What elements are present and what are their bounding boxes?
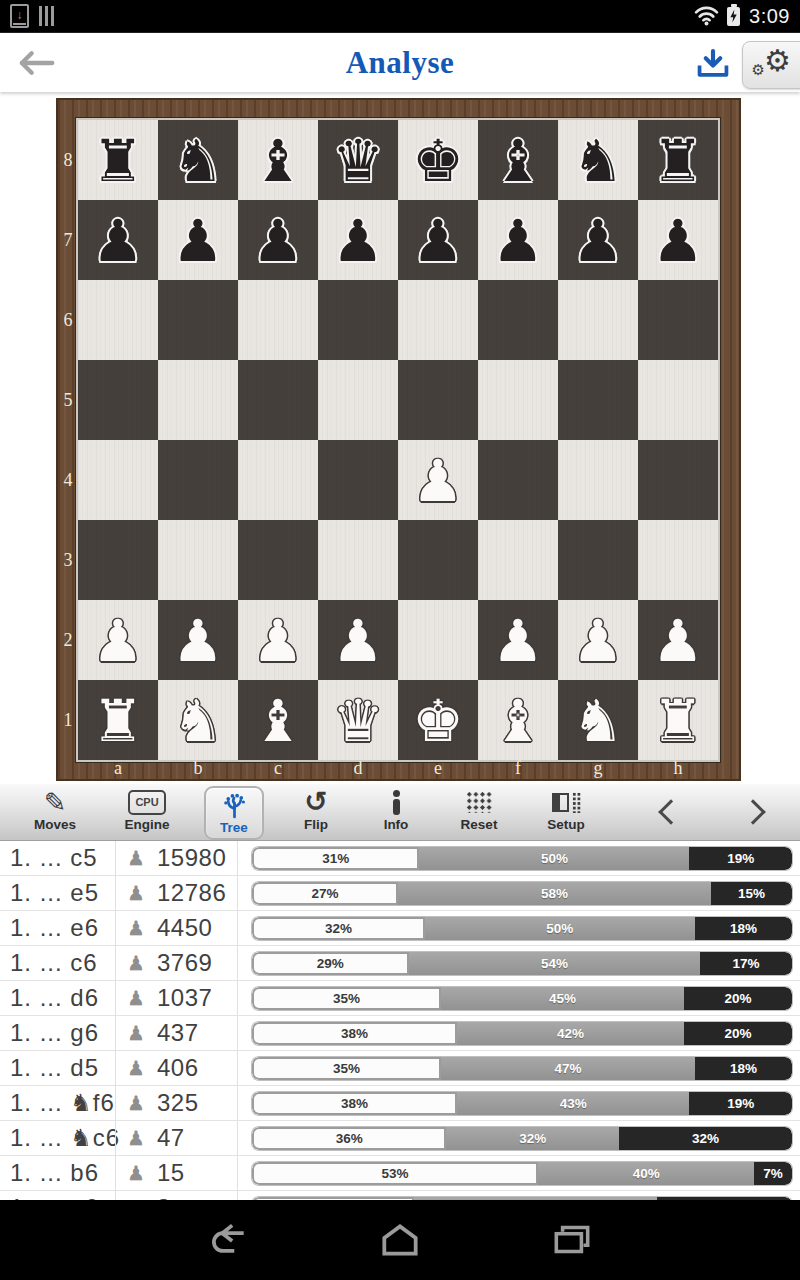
- white-win-segment: 31%: [252, 847, 419, 870]
- move-row-3[interactable]: 1. ... e6♟445032%50%18%: [0, 911, 800, 946]
- square-b2[interactable]: ♟: [158, 600, 238, 680]
- piece-black-b-f8: ♝: [478, 120, 558, 200]
- square-d2[interactable]: ♟: [318, 600, 398, 680]
- white-win-segment: 36%: [252, 1127, 446, 1150]
- games-count: 47: [157, 1121, 185, 1155]
- move-label: 1. ... g6: [10, 1016, 99, 1050]
- back-arrow-icon[interactable]: [16, 50, 56, 76]
- games-count: 437: [157, 1016, 199, 1050]
- square-f3[interactable]: [478, 520, 558, 600]
- draw-segment: 32%: [446, 1127, 619, 1150]
- piece-black-k-e8: ♚: [398, 120, 478, 200]
- android-nav-bar: [0, 1200, 800, 1280]
- file-label-b: b: [158, 759, 238, 779]
- piece-black-p-f7: ♟: [478, 200, 558, 280]
- move-label: 1. ... c5: [10, 841, 98, 875]
- square-e5[interactable]: [398, 360, 478, 440]
- square-b6[interactable]: [158, 280, 238, 360]
- square-h6[interactable]: [638, 280, 718, 360]
- move-row-6[interactable]: 1. ... g6♟43738%42%20%: [0, 1016, 800, 1051]
- column-separator: [115, 1121, 116, 1155]
- square-e2[interactable]: [398, 600, 478, 680]
- move-label: 1. ... ♞c6: [10, 1121, 120, 1155]
- white-win-segment: 38%: [252, 1022, 457, 1045]
- battery-charging-icon: [727, 7, 740, 26]
- wifi-icon: [694, 6, 719, 26]
- draw-segment: 47%: [441, 1057, 695, 1080]
- file-label-a: a: [78, 759, 158, 779]
- black-win-segment: 20%: [684, 1022, 792, 1045]
- square-g4[interactable]: [558, 440, 638, 520]
- column-separator: [237, 876, 238, 910]
- white-win-segment: 38%: [252, 1092, 457, 1115]
- move-row-9[interactable]: 1. ... ♞c6♟4736%32%32%: [0, 1121, 800, 1156]
- info-icon: [393, 790, 400, 815]
- square-d8[interactable]: ♛: [318, 120, 398, 200]
- piece-white-n-b1: ♞: [158, 680, 238, 760]
- draw-segment: 45%: [441, 987, 684, 1010]
- status-bar: ↓ 3:09: [0, 0, 800, 33]
- chess-board-frame: ♜♞♝♛♚♝♞♜♟♟♟♟♟♟♟♟♟♟♟♟♟♟♟♟♜♞♝♛♚♝♞♜ 8765432…: [56, 98, 741, 781]
- app-header: Analyse ⚙ ⚙: [0, 33, 800, 92]
- column-separator: [115, 981, 116, 1015]
- column-separator: [237, 1016, 238, 1050]
- cpu-chip-icon: CPU: [128, 790, 166, 815]
- file-label-f: f: [478, 759, 558, 779]
- white-win-segment: 32%: [252, 917, 425, 940]
- piece-white-r-a1: ♜: [78, 680, 158, 760]
- draw-segment: 42%: [457, 1022, 684, 1045]
- square-g2[interactable]: ♟: [558, 600, 638, 680]
- column-separator: [115, 1086, 116, 1120]
- status-time: 3:09: [749, 5, 790, 28]
- result-stat-bar: 38%43%19%: [252, 1092, 792, 1115]
- result-stat-bar: 32%50%18%: [252, 917, 792, 940]
- white-win-segment: 29%: [252, 952, 409, 975]
- piece-black-p-e7: ♟: [398, 200, 478, 280]
- black-win-segment: 18%: [695, 1057, 792, 1080]
- games-count: 1037: [157, 981, 212, 1015]
- square-b8[interactable]: ♞: [158, 120, 238, 200]
- square-h3[interactable]: [638, 520, 718, 600]
- draw-segment: 54%: [409, 952, 701, 975]
- square-b7[interactable]: ♟: [158, 200, 238, 280]
- file-label-e: e: [398, 759, 478, 779]
- back-icon[interactable]: [196, 1218, 260, 1262]
- square-h8[interactable]: ♜: [638, 120, 718, 200]
- square-b5[interactable]: [158, 360, 238, 440]
- square-c2[interactable]: ♟: [238, 600, 318, 680]
- square-f5[interactable]: [478, 360, 558, 440]
- column-separator: [237, 841, 238, 875]
- piece-black-n-b8: ♞: [158, 120, 238, 200]
- home-icon[interactable]: [368, 1218, 432, 1262]
- black-win-segment: 32%: [619, 1127, 792, 1150]
- square-f7[interactable]: ♟: [478, 200, 558, 280]
- square-c7[interactable]: ♟: [238, 200, 318, 280]
- piece-black-r-h8: ♜: [638, 120, 718, 200]
- square-c4[interactable]: [238, 440, 318, 520]
- piece-black-p-a7: ♟: [78, 200, 158, 280]
- square-f2[interactable]: ♟: [478, 600, 558, 680]
- piece-white-p-e4: ♟: [398, 440, 478, 520]
- square-d5[interactable]: [318, 360, 398, 440]
- piece-white-p-f2: ♟: [478, 600, 558, 680]
- piece-black-b-c8: ♝: [238, 120, 318, 200]
- column-separator: [237, 1121, 238, 1155]
- draw-segment: 40%: [538, 1162, 754, 1185]
- square-b3[interactable]: [158, 520, 238, 600]
- pencil-icon: ✎: [44, 789, 67, 816]
- piece-white-q-d1: ♛: [318, 680, 398, 760]
- square-b4[interactable]: [158, 440, 238, 520]
- move-label: 1. ... d5: [10, 1051, 99, 1085]
- square-f6[interactable]: [478, 280, 558, 360]
- piece-white-p-h2: ♟: [638, 600, 718, 680]
- square-g7[interactable]: ♟: [558, 200, 638, 280]
- file-label-g: g: [558, 759, 638, 779]
- square-a2[interactable]: ♟: [78, 600, 158, 680]
- square-d4[interactable]: [318, 440, 398, 520]
- square-h2[interactable]: ♟: [638, 600, 718, 680]
- rotate-icon: ↺: [304, 788, 327, 816]
- square-a1[interactable]: ♜: [78, 680, 158, 760]
- toolbar-setup-label: Setup: [529, 817, 603, 832]
- games-count: 406: [157, 1051, 199, 1085]
- square-g6[interactable]: [558, 280, 638, 360]
- rank-label-3: 3: [58, 520, 78, 600]
- move-row-5[interactable]: 1. ... d6♟103735%45%20%: [0, 981, 800, 1016]
- black-win-segment: 17%: [700, 952, 792, 975]
- toolbar-flip-label: Flip: [279, 817, 353, 832]
- square-e4[interactable]: ♟: [398, 440, 478, 520]
- move-label: 1. ... e6: [10, 911, 99, 945]
- games-pawn-icon: ♟: [127, 1086, 145, 1121]
- toolbar-engine-button[interactable]: CPU Engine: [110, 786, 184, 832]
- column-separator: [115, 876, 116, 910]
- black-win-segment: 19%: [689, 1092, 792, 1115]
- games-pawn-icon: ♟: [127, 1016, 145, 1051]
- toolbar-reset-button[interactable]: Reset: [442, 786, 516, 832]
- square-a4[interactable]: [78, 440, 158, 520]
- square-f1[interactable]: ♝: [478, 680, 558, 760]
- move-row-1[interactable]: 1. ... c5♟1598031%50%19%: [0, 841, 800, 876]
- piece-white-p-a2: ♟: [78, 600, 158, 680]
- draw-segment: 43%: [457, 1092, 689, 1115]
- draw-segment: 58%: [398, 882, 711, 905]
- recents-icon[interactable]: [540, 1218, 604, 1262]
- games-pawn-icon: ♟: [127, 1156, 145, 1191]
- draw-segment: 50%: [425, 917, 695, 940]
- square-e7[interactable]: ♟: [398, 200, 478, 280]
- move-label: 1. ... ♞f6: [10, 1086, 115, 1120]
- screen: ↓ 3:09 Analyse: [0, 0, 800, 1280]
- result-stat-bar: 35%47%18%: [252, 1057, 792, 1080]
- piece-white-r-h1: ♜: [638, 680, 718, 760]
- pages-stack-icon: [39, 6, 55, 26]
- games-pawn-icon: ♟: [127, 946, 145, 981]
- games-pawn-icon: ♟: [127, 911, 145, 946]
- piece-white-p-b2: ♟: [158, 600, 238, 680]
- square-e3[interactable]: [398, 520, 478, 600]
- result-stat-bar: 35%45%20%: [252, 987, 792, 1010]
- white-win-segment: 35%: [252, 1057, 441, 1080]
- download-notification-icon: ↓: [10, 4, 29, 28]
- board-setup-icon: [552, 792, 581, 813]
- games-pawn-icon: ♟: [127, 1051, 145, 1086]
- square-a3[interactable]: [78, 520, 158, 600]
- black-win-segment: 18%: [695, 917, 792, 940]
- toolbar-engine-label: Engine: [110, 817, 184, 832]
- square-e1[interactable]: ♚: [398, 680, 478, 760]
- black-win-segment: 20%: [684, 987, 792, 1010]
- move-label: 1. ... e5: [10, 876, 99, 910]
- column-separator: [115, 1016, 116, 1050]
- result-stat-bar: 53%40%7%: [252, 1162, 792, 1185]
- square-g1[interactable]: ♞: [558, 680, 638, 760]
- games-count: 15980: [157, 841, 226, 875]
- square-a7[interactable]: ♟: [78, 200, 158, 280]
- column-separator: [237, 911, 238, 945]
- draw-segment: 50%: [419, 847, 689, 870]
- piece-white-p-c2: ♟: [238, 600, 318, 680]
- chevron-left-icon[interactable]: [658, 799, 683, 824]
- piece-black-n-g8: ♞: [558, 120, 638, 200]
- column-separator: [237, 1051, 238, 1085]
- analysis-toolbar: ✎ Moves CPU Engine: [0, 783, 800, 841]
- rank-label-4: 4: [58, 440, 78, 520]
- toolbar-info-button[interactable]: Info: [359, 786, 433, 832]
- toolbar-info-label: Info: [359, 817, 433, 832]
- square-g3[interactable]: [558, 520, 638, 600]
- rank-label-1: 1: [58, 680, 78, 760]
- dots-grid-icon: [466, 791, 493, 813]
- result-stat-bar: 27%58%15%: [252, 882, 792, 905]
- move-row-4[interactable]: 1. ... c6♟376929%54%17%: [0, 946, 800, 981]
- square-e6[interactable]: [398, 280, 478, 360]
- square-c1[interactable]: ♝: [238, 680, 318, 760]
- toolbar-tree-label: Tree: [208, 820, 260, 835]
- column-separator: [115, 1051, 116, 1085]
- games-pawn-icon: ♟: [127, 981, 145, 1016]
- square-d1[interactable]: ♛: [318, 680, 398, 760]
- square-c3[interactable]: [238, 520, 318, 600]
- move-row-10[interactable]: 1. ... b6♟1553%40%7%: [0, 1156, 800, 1191]
- column-separator: [237, 1156, 238, 1190]
- move-row-2[interactable]: 1. ... e5♟1278627%58%15%: [0, 876, 800, 911]
- move-label: 1. ... b6: [10, 1156, 99, 1190]
- games-count: 15: [157, 1156, 185, 1190]
- piece-white-k-e1: ♚: [398, 680, 478, 760]
- white-win-segment: 53%: [252, 1162, 538, 1185]
- result-stat-bar: 31%50%19%: [252, 847, 792, 870]
- toolbar-reset-label: Reset: [442, 817, 516, 832]
- rank-label-7: 7: [58, 200, 78, 280]
- move-row-7[interactable]: 1. ... d5♟40635%47%18%: [0, 1051, 800, 1086]
- rank-label-8: 8: [58, 120, 78, 200]
- square-c8[interactable]: ♝: [238, 120, 318, 200]
- move-row-8[interactable]: 1. ... ♞f6♟32538%43%19%: [0, 1086, 800, 1121]
- square-h5[interactable]: [638, 360, 718, 440]
- games-count: 3769: [157, 946, 212, 980]
- games-pawn-icon: ♟: [127, 841, 145, 876]
- white-win-segment: 27%: [252, 882, 398, 905]
- games-count: 325: [157, 1086, 199, 1120]
- square-c6[interactable]: [238, 280, 318, 360]
- piece-black-p-c7: ♟: [238, 200, 318, 280]
- move-label: 1. ... d6: [10, 981, 99, 1015]
- file-label-h: h: [638, 759, 718, 779]
- games-count: 12786: [157, 876, 226, 910]
- square-d3[interactable]: [318, 520, 398, 600]
- piece-white-p-d2: ♟: [318, 600, 398, 680]
- piece-black-p-h7: ♟: [638, 200, 718, 280]
- settings-button[interactable]: ⚙ ⚙: [742, 41, 800, 89]
- rank-label-5: 5: [58, 360, 78, 440]
- column-separator: [115, 911, 116, 945]
- piece-black-q-d8: ♛: [318, 120, 398, 200]
- file-label-c: c: [238, 759, 318, 779]
- column-separator: [115, 841, 116, 875]
- square-a5[interactable]: [78, 360, 158, 440]
- result-stat-bar: 36%32%32%: [252, 1127, 792, 1150]
- column-separator: [115, 1156, 116, 1190]
- black-win-segment: 7%: [754, 1162, 792, 1185]
- rank-label-2: 2: [58, 600, 78, 680]
- piece-black-r-a8: ♜: [78, 120, 158, 200]
- toolbar-moves-label: Moves: [18, 817, 92, 832]
- games-pawn-icon: ♟: [127, 876, 145, 911]
- square-e8[interactable]: ♚: [398, 120, 478, 200]
- column-separator: [115, 946, 116, 980]
- toolbar-moves-button[interactable]: ✎ Moves: [18, 786, 92, 832]
- square-f4[interactable]: [478, 440, 558, 520]
- piece-white-b-c1: ♝: [238, 680, 318, 760]
- chess-board: ♜♞♝♛♚♝♞♜♟♟♟♟♟♟♟♟♟♟♟♟♟♟♟♟♜♞♝♛♚♝♞♜: [78, 120, 718, 760]
- square-c5[interactable]: [238, 360, 318, 440]
- square-h1[interactable]: ♜: [638, 680, 718, 760]
- square-h7[interactable]: ♟: [638, 200, 718, 280]
- result-stat-bar: 38%42%20%: [252, 1022, 792, 1045]
- chevron-right-icon[interactable]: [740, 799, 765, 824]
- result-stat-bar: 29%54%17%: [252, 952, 792, 975]
- games-pawn-icon: ♟: [127, 1121, 145, 1156]
- square-g8[interactable]: ♞: [558, 120, 638, 200]
- column-separator: [237, 1086, 238, 1120]
- square-g5[interactable]: [558, 360, 638, 440]
- page-title: Analyse: [0, 33, 800, 92]
- file-label-d: d: [318, 759, 398, 779]
- column-separator: [237, 946, 238, 980]
- square-d7[interactable]: ♟: [318, 200, 398, 280]
- square-d6[interactable]: [318, 280, 398, 360]
- games-count: 4450: [157, 911, 212, 945]
- gear-icon: ⚙: [764, 43, 791, 79]
- piece-black-p-d7: ♟: [318, 200, 398, 280]
- piece-white-n-g1: ♞: [558, 680, 638, 760]
- toolbar-flip-button[interactable]: ↺ Flip: [279, 786, 353, 832]
- square-a8[interactable]: ♜: [78, 120, 158, 200]
- tree-icon: [221, 792, 248, 819]
- toolbar-tree-button[interactable]: Tree: [204, 786, 264, 840]
- white-win-segment: 35%: [252, 987, 441, 1010]
- rank-label-6: 6: [58, 280, 78, 360]
- square-a6[interactable]: [78, 280, 158, 360]
- square-b1[interactable]: ♞: [158, 680, 238, 760]
- piece-black-p-b7: ♟: [158, 200, 238, 280]
- black-win-segment: 15%: [711, 882, 792, 905]
- move-label: 1. ... c6: [10, 946, 98, 980]
- piece-white-b-f1: ♝: [478, 680, 558, 760]
- piece-black-p-g7: ♟: [558, 200, 638, 280]
- square-h4[interactable]: [638, 440, 718, 520]
- piece-white-p-g2: ♟: [558, 600, 638, 680]
- download-icon[interactable]: [696, 49, 730, 79]
- toolbar-setup-button[interactable]: Setup: [529, 786, 603, 832]
- black-win-segment: 19%: [689, 847, 792, 870]
- gear-small-icon: ⚙: [752, 63, 765, 78]
- column-separator: [237, 981, 238, 1015]
- square-f8[interactable]: ♝: [478, 120, 558, 200]
